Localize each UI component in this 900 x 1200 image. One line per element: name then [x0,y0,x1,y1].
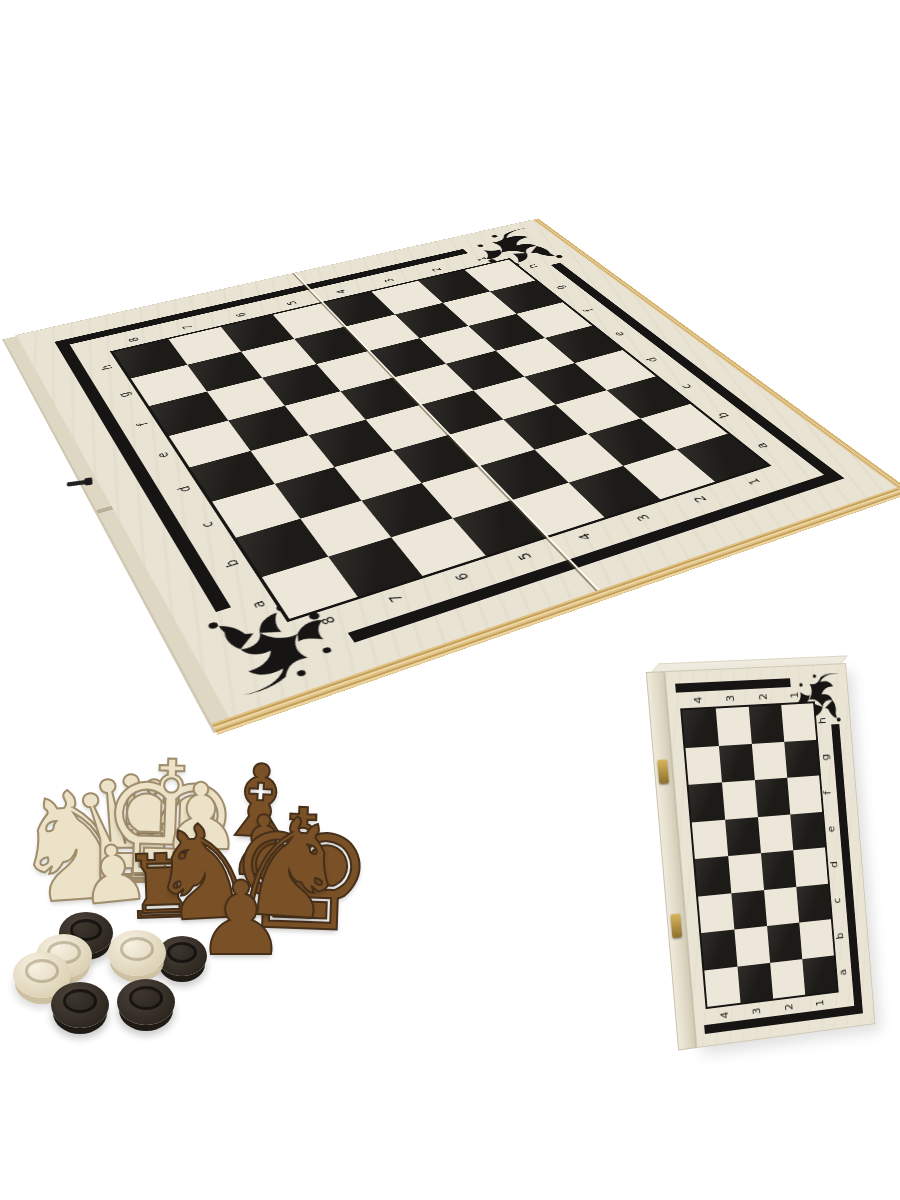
coordinate-label: 5 [284,300,300,306]
white-checker [36,934,92,978]
board-square [689,782,726,822]
board-square [682,709,719,748]
board-square [787,775,822,814]
coordinate-label: h [98,364,115,371]
coordinate-label: 7 [180,324,197,331]
coordinate-label: 2 [690,494,710,504]
coordinate-label: f [134,421,151,427]
coordinate-label: g [819,753,831,760]
coordinate-label: a [247,599,269,611]
board-square [698,893,734,933]
coordinate-label: f [581,308,596,313]
board-square [764,886,799,926]
coordinate-label: 2 [783,1002,795,1010]
board-square [716,707,752,746]
board-square [749,705,784,743]
board-square [758,814,793,853]
coordinate-label: e [153,451,172,460]
coordinate-label: 2 [757,692,770,699]
coordinate-label: h [816,717,828,724]
coordinate-label: c [831,897,843,904]
coordinate-label: d [643,356,660,363]
hinge-icon [657,759,669,784]
coordinate-label: 4 [333,288,349,294]
coordinate-label: b [714,411,733,419]
board-square [790,811,825,850]
coordinate-label: a [752,442,771,451]
coordinate-label: 8 [126,336,143,343]
board-square [695,856,731,896]
coordinate-label: b [833,932,845,940]
coordinate-label: c [197,520,217,530]
coordinate-label: 7 [385,592,407,604]
board-square [761,850,796,889]
coordinate-label: b [221,558,242,569]
white-checker [13,952,71,998]
dark-checker [51,982,109,1028]
dark-pawn: ♟ [227,805,301,887]
coordinate-label: 3 [382,277,398,283]
coordinate-label: 6 [451,571,473,582]
product-photo-scene: 87654321 87654321 hgfedcba hgfedcba ♞♛♜♚… [0,0,900,1200]
board-square [752,741,787,780]
coordinate-label: 1 [789,691,801,698]
dark-knight: ♞ [224,796,356,941]
white-knight: ♞ [4,768,149,927]
board-square [755,778,790,817]
coordinate-label: 1 [744,477,764,487]
coordinate-label: 6 [233,312,249,319]
grid-frame [680,701,839,1009]
coordinate-label: 4 [718,1010,731,1018]
coordinate-label: 1 [814,998,826,1006]
white-rook: ♜ [114,815,186,895]
hinge-icon [670,913,682,938]
coordinate-label: e [611,331,628,338]
board-square [701,930,737,970]
coordinate-label: 3 [724,694,737,702]
coordinate-label: 1 [474,256,489,262]
board-square [737,962,773,1002]
coordinate-label: d [174,484,194,494]
board-square [793,847,828,886]
coordinate-label: g [115,391,133,399]
board-square [685,746,722,785]
open-chessboard: 87654321 87654321 hgfedcba hgfedcba [95,152,745,659]
coordinate-label: c [677,383,694,390]
coordinate-label: h [525,263,541,269]
board-square [725,817,761,856]
coordinate-label: f [822,791,834,796]
board-square [704,966,740,1007]
board-square [767,923,802,963]
white-pawn: ♟ [160,772,242,864]
open-board-face: 87654321 87654321 hgfedcba hgfedcba [16,220,896,718]
coordinate-label: 4 [575,531,596,542]
board-square [784,739,819,777]
coordinate-label: a [836,968,848,976]
coordinate-label: 5 [514,551,535,562]
board-square [728,853,764,893]
coordinate-label: 4 [691,696,704,704]
white-pawn: ♟ [75,832,153,917]
dark-knight: ♞ [143,805,266,941]
white-checker [108,930,166,976]
folded-board: 4321 4321 hgfedcba [646,663,876,1050]
coordinate-label: e [825,825,837,832]
board-square [781,703,816,741]
dark-checker [117,979,175,1025]
coordinate-label: g [552,284,568,290]
dark-pawn: ♟ [195,868,286,970]
dark-checker [157,936,207,976]
board-square [802,955,837,995]
board-square [734,926,770,966]
board-square [692,819,728,859]
coordinate-label: 2 [429,267,445,273]
board-square [799,919,834,958]
coordinate-label: d [828,861,840,869]
white-queen: ♛ [67,758,194,900]
board-square [731,890,767,930]
board-square [719,743,755,782]
board-square [770,959,805,999]
board-square [796,883,831,922]
coordinate-label: 3 [633,512,654,522]
dark-king: ♚ [224,785,379,956]
dark-rook: ♜ [121,842,203,933]
coordinate-label: 8 [317,614,340,626]
dark-checker [59,912,113,954]
folded-board-front: 4321 4321 hgfedcba [664,663,875,1048]
white-king: ♚ [97,738,244,901]
dark-bishop: ♝ [213,750,308,855]
board-square [722,780,758,819]
coordinate-label: 3 [751,1006,764,1014]
half-board-grid [682,703,837,1007]
